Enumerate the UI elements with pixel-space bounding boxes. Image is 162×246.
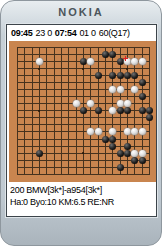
- stone-black: [139, 157, 146, 164]
- stone-black: [139, 93, 146, 100]
- stone-black: [95, 72, 102, 79]
- phone-body: NOKIA 09:4523 007:5401 060(Q17) 200 BMW[…: [0, 0, 162, 246]
- stone-white: [73, 100, 80, 107]
- stone-black: [124, 150, 131, 157]
- go-board[interactable]: [9, 41, 156, 182]
- stone-black: [102, 136, 109, 143]
- stone-black: [80, 58, 87, 65]
- white-time: 09:45: [11, 28, 33, 38]
- stone-white: [131, 150, 138, 157]
- black-time: 07:54: [55, 28, 77, 38]
- stone-black: [102, 51, 109, 58]
- last-move-marker: [123, 56, 128, 61]
- screen: 09:4523 007:5401 060(Q17) 200 BMW[3k*]-a…: [6, 24, 157, 217]
- stone-black: [109, 143, 116, 150]
- stone-white: [117, 86, 124, 93]
- stone-white: [36, 58, 43, 65]
- game-title-line: 200 BMW[3k*]-a954[3k*]: [10, 185, 156, 196]
- stone-black: [36, 150, 43, 157]
- stone-black: [117, 150, 124, 157]
- stone-black: [139, 79, 146, 86]
- stone-black: [117, 107, 124, 114]
- stone-black: [95, 107, 102, 114]
- stone-black: [131, 157, 138, 164]
- stone-black: [117, 164, 124, 171]
- stone-white: [117, 100, 124, 107]
- nokia-logo: NOKIA: [1, 4, 161, 20]
- black-info: 01 0: [79, 28, 95, 38]
- status-bar: 09:4523 007:5401 060(Q17): [11, 28, 157, 39]
- stone-white: [139, 58, 146, 65]
- stone-black: [117, 72, 124, 79]
- stone-black: [139, 107, 146, 114]
- move-info: 60(Q17): [99, 28, 130, 38]
- stone-black: [146, 107, 153, 114]
- stone-black: [146, 114, 153, 121]
- stone-black: [124, 143, 131, 150]
- stone-white: [139, 150, 146, 157]
- white-info: 23 0: [36, 28, 52, 38]
- game-info-line: Ha:0 Byo:10 KM:6.5 RE:NR: [10, 197, 156, 208]
- stone-black: [109, 136, 116, 143]
